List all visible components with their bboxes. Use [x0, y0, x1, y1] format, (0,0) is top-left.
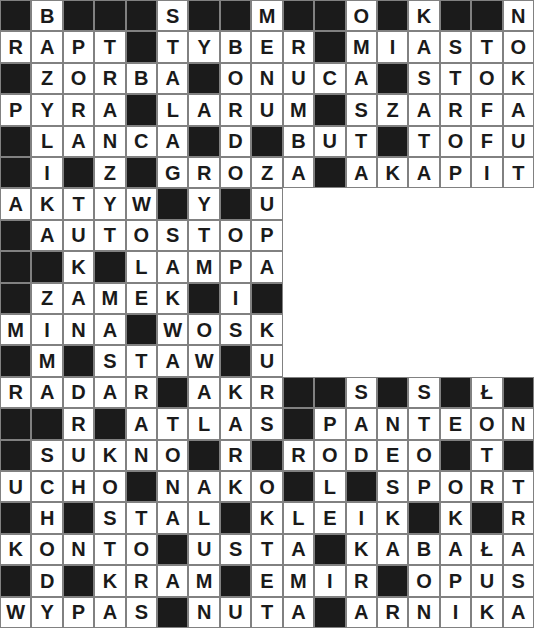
cell-r7c6[interactable]: T [188, 220, 219, 251]
cell-r4c3[interactable]: N [94, 126, 125, 157]
cell-r6c6[interactable]: Y [188, 188, 219, 219]
cell-r16c1[interactable]: H [31, 502, 62, 533]
cell-r8c6[interactable]: M [188, 251, 219, 282]
cell-r11c5[interactable]: A [157, 345, 188, 376]
cell-r8c8[interactable]: A [251, 251, 282, 282]
cell-r15c5[interactable]: N [157, 471, 188, 502]
cell-r14c11[interactable]: D [346, 440, 377, 471]
cell-r16c14[interactable]: K [440, 502, 471, 533]
cell-r2c15[interactable]: O [471, 63, 502, 94]
cell-r2c10[interactable]: C [314, 63, 345, 94]
cell-r10c2[interactable]: N [63, 314, 94, 345]
cell-r10c13 [408, 314, 439, 345]
cell-r3c7[interactable]: R [220, 94, 251, 125]
cell-r14c13[interactable]: O [408, 440, 439, 471]
cell-r3c12[interactable]: Z [377, 94, 408, 125]
cell-r12c15[interactable]: Ł [471, 377, 502, 408]
cell-r3c6[interactable]: A [188, 94, 219, 125]
cell-r14c8 [251, 440, 282, 471]
cell-r4c5[interactable]: A [157, 126, 188, 157]
cell-r3c1[interactable]: Y [31, 94, 62, 125]
cell-r5c13[interactable]: A [408, 157, 439, 188]
cell-r15c14[interactable]: O [440, 471, 471, 502]
cell-r5c9[interactable]: A [283, 157, 314, 188]
cell-r19c7[interactable]: U [220, 597, 251, 628]
cell-r5c7[interactable]: O [220, 157, 251, 188]
cell-r2c11[interactable]: A [346, 63, 377, 94]
cell-r7c13 [408, 220, 439, 251]
cell-r2c5[interactable]: A [157, 63, 188, 94]
cell-r9c1[interactable]: Z [31, 283, 62, 314]
cell-r14c5[interactable]: O [157, 440, 188, 471]
cell-r2c1[interactable]: Z [31, 63, 62, 94]
cell-r9c4[interactable]: E [126, 283, 157, 314]
cell-r19c11[interactable]: A [346, 597, 377, 628]
cell-r19c13[interactable]: N [408, 597, 439, 628]
cell-r13c15[interactable]: O [471, 408, 502, 439]
cell-r18c0 [0, 565, 31, 596]
cell-r8c11 [346, 251, 377, 282]
cell-r4c15[interactable]: F [471, 126, 502, 157]
cell-r3c8[interactable]: U [251, 94, 282, 125]
cell-r15c6[interactable]: A [188, 471, 219, 502]
cell-r9c2[interactable]: A [63, 283, 94, 314]
cell-r3c3[interactable]: A [94, 94, 125, 125]
cell-r19c14[interactable]: I [440, 597, 471, 628]
cell-r19c15[interactable]: K [471, 597, 502, 628]
cell-r18c15[interactable]: U [471, 565, 502, 596]
cell-r4c0 [0, 126, 31, 157]
cell-r19c8[interactable]: T [251, 597, 282, 628]
cell-r0c16[interactable]: N [503, 0, 534, 31]
cell-r1c0[interactable]: R [0, 31, 31, 62]
cell-r4c4[interactable]: C [126, 126, 157, 157]
cell-r12c8[interactable]: R [251, 377, 282, 408]
cell-r17c12[interactable]: A [377, 534, 408, 565]
cell-r10c15 [471, 314, 502, 345]
cell-r6c13 [408, 188, 439, 219]
cell-r6c15 [471, 188, 502, 219]
cell-r9c12 [377, 283, 408, 314]
cell-r11c16 [503, 345, 534, 376]
cell-r18c6[interactable]: M [188, 565, 219, 596]
cell-r19c0[interactable]: W [0, 597, 31, 628]
cell-r13c5[interactable]: T [157, 408, 188, 439]
cell-r5c16[interactable]: T [503, 157, 534, 188]
cell-r4c16[interactable]: U [503, 126, 534, 157]
cell-r14c9[interactable]: R [283, 440, 314, 471]
cell-r3c10 [314, 94, 345, 125]
cell-r1c15[interactable]: T [471, 31, 502, 62]
cell-r19c1[interactable]: Y [31, 597, 62, 628]
cell-r12c11[interactable]: S [346, 377, 377, 408]
cell-r15c13[interactable]: P [408, 471, 439, 502]
cell-r5c5[interactable]: G [157, 157, 188, 188]
cell-r11c2 [63, 345, 94, 376]
cell-r12c0[interactable]: R [0, 377, 31, 408]
cell-r11c11 [346, 345, 377, 376]
cell-r16c13 [408, 502, 439, 533]
cell-r0c12 [377, 0, 408, 31]
cell-r13c0 [0, 408, 31, 439]
cell-r9c5[interactable]: K [157, 283, 188, 314]
cell-r2c16[interactable]: K [503, 63, 534, 94]
cell-r10c3[interactable]: A [94, 314, 125, 345]
crossword-board: BSMOKNRAPTTYBERMIASTOZORBAONUCASTOKPYRAL… [0, 0, 534, 628]
cell-r10c1[interactable]: I [31, 314, 62, 345]
cell-r0c1[interactable]: B [31, 0, 62, 31]
cell-r15c16[interactable]: T [503, 471, 534, 502]
cell-r1c16[interactable]: O [503, 31, 534, 62]
cell-r18c7 [220, 565, 251, 596]
cell-r12c2[interactable]: D [63, 377, 94, 408]
cell-r5c6[interactable]: R [188, 157, 219, 188]
cell-r11c4[interactable]: T [126, 345, 157, 376]
cell-r19c3[interactable]: A [94, 597, 125, 628]
cell-r2c7[interactable]: O [220, 63, 251, 94]
cell-r8c5[interactable]: A [157, 251, 188, 282]
cell-r19c12[interactable]: R [377, 597, 408, 628]
cell-r11c6[interactable]: W [188, 345, 219, 376]
cell-r0c13[interactable]: K [408, 0, 439, 31]
cell-r12c9 [283, 377, 314, 408]
cell-r16c6[interactable]: L [188, 502, 219, 533]
cell-r1c14[interactable]: S [440, 31, 471, 62]
cell-r17c11[interactable]: K [346, 534, 377, 565]
cell-r5c3[interactable]: Z [94, 157, 125, 188]
cell-r5c14[interactable]: P [440, 157, 471, 188]
cell-r8c4[interactable]: L [126, 251, 157, 282]
cell-r11c3[interactable]: S [94, 345, 125, 376]
cell-r11c9 [283, 345, 314, 376]
cell-r8c0 [0, 251, 31, 282]
cell-r0c7 [220, 0, 251, 31]
cell-r18c10[interactable]: I [314, 565, 345, 596]
cell-r3c13[interactable]: A [408, 94, 439, 125]
cell-r5c15[interactable]: I [471, 157, 502, 188]
cell-r16c12[interactable]: K [377, 502, 408, 533]
cell-r16c3[interactable]: S [94, 502, 125, 533]
cell-r6c8[interactable]: U [251, 188, 282, 219]
cell-r8c9 [283, 251, 314, 282]
cell-r10c0[interactable]: M [0, 314, 31, 345]
cell-r0c14 [440, 0, 471, 31]
cell-r13c14[interactable]: E [440, 408, 471, 439]
cell-r19c4[interactable]: S [126, 597, 157, 628]
cell-r2c13[interactable]: S [408, 63, 439, 94]
cell-r13c16[interactable]: N [503, 408, 534, 439]
cell-r12c1[interactable]: A [31, 377, 62, 408]
cell-r3c0[interactable]: P [0, 94, 31, 125]
cell-r18c5[interactable]: A [157, 565, 188, 596]
cell-r6c12 [377, 188, 408, 219]
cell-r1c4 [126, 31, 157, 62]
cell-r9c10 [314, 283, 345, 314]
cell-r8c14 [440, 251, 471, 282]
cell-r10c12 [377, 314, 408, 345]
cell-r1c13[interactable]: A [408, 31, 439, 62]
cell-r16c9[interactable]: L [283, 502, 314, 533]
cell-r11c7 [220, 345, 251, 376]
cell-r17c8[interactable]: T [251, 534, 282, 565]
cell-r12c3[interactable]: A [94, 377, 125, 408]
cell-r12c6[interactable]: A [188, 377, 219, 408]
cell-r1c8[interactable]: E [251, 31, 282, 62]
cell-r9c7[interactable]: I [220, 283, 251, 314]
cell-r14c1[interactable]: S [31, 440, 62, 471]
cell-r15c1[interactable]: C [31, 471, 62, 502]
cell-r1c3[interactable]: T [94, 31, 125, 62]
cell-r3c9[interactable]: M [283, 94, 314, 125]
cell-r7c16 [503, 220, 534, 251]
cell-r16c0 [0, 502, 31, 533]
cell-r13c4[interactable]: A [126, 408, 157, 439]
cell-r18c16[interactable]: S [503, 565, 534, 596]
cell-r7c7[interactable]: O [220, 220, 251, 251]
cell-r16c8[interactable]: K [251, 502, 282, 533]
cell-r13c13[interactable]: T [408, 408, 439, 439]
cell-r11c15 [471, 345, 502, 376]
cell-r6c3[interactable]: Y [94, 188, 125, 219]
cell-r10c6[interactable]: O [188, 314, 219, 345]
cell-r7c3[interactable]: T [94, 220, 125, 251]
cell-r7c1[interactable]: A [31, 220, 62, 251]
cell-r17c5 [157, 534, 188, 565]
cell-r17c0[interactable]: K [0, 534, 31, 565]
cell-r6c4[interactable]: W [126, 188, 157, 219]
cell-r17c10 [314, 534, 345, 565]
cell-r4c1[interactable]: L [31, 126, 62, 157]
cell-r4c11[interactable]: T [346, 126, 377, 157]
cell-r14c10[interactable]: O [314, 440, 345, 471]
cell-r18c11[interactable]: R [346, 565, 377, 596]
cell-r15c2[interactable]: H [63, 471, 94, 502]
cell-r12c7[interactable]: K [220, 377, 251, 408]
cell-r2c8[interactable]: N [251, 63, 282, 94]
cell-r9c6 [188, 283, 219, 314]
cell-r19c5 [157, 597, 188, 628]
cell-r3c14[interactable]: R [440, 94, 471, 125]
cell-r8c7[interactable]: P [220, 251, 251, 282]
cell-r13c7[interactable]: A [220, 408, 251, 439]
cell-r13c12[interactable]: N [377, 408, 408, 439]
cell-r6c2[interactable]: T [63, 188, 94, 219]
cell-r3c11[interactable]: S [346, 94, 377, 125]
cell-r12c12 [377, 377, 408, 408]
cell-r15c4 [126, 471, 157, 502]
cell-r5c8[interactable]: Z [251, 157, 282, 188]
cell-r11c1[interactable]: M [31, 345, 62, 376]
cell-r15c9 [283, 471, 314, 502]
cell-r5c11[interactable]: A [346, 157, 377, 188]
cell-r13c11[interactable]: A [346, 408, 377, 439]
cell-r6c14 [440, 188, 471, 219]
cell-r9c3[interactable]: M [94, 283, 125, 314]
cell-r16c16[interactable]: R [503, 502, 534, 533]
cell-r1c9[interactable]: R [283, 31, 314, 62]
cell-r15c15[interactable]: R [471, 471, 502, 502]
cell-r17c6[interactable]: U [188, 534, 219, 565]
cell-r18c1[interactable]: D [31, 565, 62, 596]
cell-r12c13[interactable]: S [408, 377, 439, 408]
cell-r14c2[interactable]: U [63, 440, 94, 471]
cell-r0c3 [94, 0, 125, 31]
cell-r7c0 [0, 220, 31, 251]
cell-r6c1[interactable]: K [31, 188, 62, 219]
cell-r8c13 [408, 251, 439, 282]
cell-r0c4 [126, 0, 157, 31]
cell-r4c9[interactable]: B [283, 126, 314, 157]
cell-r9c8 [251, 283, 282, 314]
cell-r4c10[interactable]: U [314, 126, 345, 157]
cell-r7c12 [377, 220, 408, 251]
cell-r16c11[interactable]: I [346, 502, 377, 533]
cell-r6c0[interactable]: A [0, 188, 31, 219]
cell-r0c6 [188, 0, 219, 31]
cell-r13c3 [94, 408, 125, 439]
cell-r10c16 [503, 314, 534, 345]
cell-r7c8[interactable]: P [251, 220, 282, 251]
cell-r11c10 [314, 345, 345, 376]
cell-r2c4[interactable]: B [126, 63, 157, 94]
cell-r1c1[interactable]: A [31, 31, 62, 62]
cell-r16c10[interactable]: E [314, 502, 345, 533]
cell-r6c16 [503, 188, 534, 219]
cell-r3c5[interactable]: L [157, 94, 188, 125]
cell-r4c14[interactable]: O [440, 126, 471, 157]
cell-r19c6[interactable]: N [188, 597, 219, 628]
cell-r8c2[interactable]: K [63, 251, 94, 282]
cell-r15c7[interactable]: K [220, 471, 251, 502]
cell-r14c4[interactable]: N [126, 440, 157, 471]
cell-r1c6[interactable]: Y [188, 31, 219, 62]
cell-r18c8[interactable]: E [251, 565, 282, 596]
cell-r19c2[interactable]: P [63, 597, 94, 628]
cell-r14c3[interactable]: K [94, 440, 125, 471]
cell-r15c12[interactable]: S [377, 471, 408, 502]
cell-r17c7[interactable]: S [220, 534, 251, 565]
cell-r0c0 [0, 0, 31, 31]
cell-r19c9[interactable]: A [283, 597, 314, 628]
cell-r5c10 [314, 157, 345, 188]
cell-r18c14[interactable]: P [440, 565, 471, 596]
cell-r4c7[interactable]: D [220, 126, 251, 157]
cell-r13c6[interactable]: L [188, 408, 219, 439]
cell-r0c11[interactable]: O [346, 0, 377, 31]
cell-r1c11[interactable]: M [346, 31, 377, 62]
cell-r14c6 [188, 440, 219, 471]
cell-r1c2[interactable]: P [63, 31, 94, 62]
cell-r8c15 [471, 251, 502, 282]
cell-r10c5[interactable]: W [157, 314, 188, 345]
cell-r1c5[interactable]: T [157, 31, 188, 62]
cell-r7c4[interactable]: O [126, 220, 157, 251]
cell-r9c15 [471, 283, 502, 314]
cell-r18c12 [377, 565, 408, 596]
cell-r17c14[interactable]: A [440, 534, 471, 565]
cell-r3c15[interactable]: F [471, 94, 502, 125]
cell-r5c12[interactable]: K [377, 157, 408, 188]
cell-r17c4[interactable]: O [126, 534, 157, 565]
cell-r8c3 [94, 251, 125, 282]
cell-r3c2[interactable]: R [63, 94, 94, 125]
cell-r0c8[interactable]: M [251, 0, 282, 31]
cell-r2c2[interactable]: O [63, 63, 94, 94]
cell-r2c9[interactable]: U [283, 63, 314, 94]
cell-r0c9 [283, 0, 314, 31]
cell-r7c2[interactable]: U [63, 220, 94, 251]
cell-r8c16 [503, 251, 534, 282]
cell-r1c7[interactable]: B [220, 31, 251, 62]
cell-r2c3[interactable]: R [94, 63, 125, 94]
cell-r7c5[interactable]: S [157, 220, 188, 251]
cell-r17c2[interactable]: N [63, 534, 94, 565]
cell-r17c13[interactable]: B [408, 534, 439, 565]
cell-r0c5[interactable]: S [157, 0, 188, 31]
cell-r2c0 [0, 63, 31, 94]
cell-r14c12[interactable]: E [377, 440, 408, 471]
cell-r13c10[interactable]: P [314, 408, 345, 439]
cell-r19c16[interactable]: A [503, 597, 534, 628]
cell-r5c2 [63, 157, 94, 188]
cell-r15c3[interactable]: O [94, 471, 125, 502]
cell-r15c0[interactable]: U [0, 471, 31, 502]
cell-r17c3[interactable]: T [94, 534, 125, 565]
cell-r11c12 [377, 345, 408, 376]
cell-r18c4[interactable]: R [126, 565, 157, 596]
cell-r12c4[interactable]: R [126, 377, 157, 408]
cell-r10c8[interactable]: K [251, 314, 282, 345]
cell-r9c0 [0, 283, 31, 314]
cell-r11c13 [408, 345, 439, 376]
cell-r7c15 [471, 220, 502, 251]
cell-r14c15[interactable]: T [471, 440, 502, 471]
cell-r12c5 [157, 377, 188, 408]
cell-r16c2 [63, 502, 94, 533]
cell-r16c5[interactable]: A [157, 502, 188, 533]
cell-r12c16 [503, 377, 534, 408]
cell-r16c4[interactable]: T [126, 502, 157, 533]
cell-r4c2[interactable]: A [63, 126, 94, 157]
cell-r17c16[interactable]: A [503, 534, 534, 565]
cell-r10c7[interactable]: S [220, 314, 251, 345]
cell-r2c14[interactable]: T [440, 63, 471, 94]
cell-r9c14 [440, 283, 471, 314]
cell-r14c7[interactable]: R [220, 440, 251, 471]
cell-r13c9 [283, 408, 314, 439]
cell-r18c2 [63, 565, 94, 596]
cell-r18c9[interactable]: M [283, 565, 314, 596]
cell-r4c13[interactable]: T [408, 126, 439, 157]
cell-r18c13[interactable]: O [408, 565, 439, 596]
cell-r1c12[interactable]: I [377, 31, 408, 62]
cell-r11c8[interactable]: U [251, 345, 282, 376]
cell-r7c14 [440, 220, 471, 251]
cell-r18c3[interactable]: K [94, 565, 125, 596]
cell-r17c1[interactable]: O [31, 534, 62, 565]
cell-r10c4 [126, 314, 157, 345]
cell-r5c1[interactable]: I [31, 157, 62, 188]
cell-r3c16[interactable]: A [503, 94, 534, 125]
cell-r15c10[interactable]: L [314, 471, 345, 502]
cell-r17c9[interactable]: A [283, 534, 314, 565]
cell-r0c10 [314, 0, 345, 31]
cell-r17c15[interactable]: Ł [471, 534, 502, 565]
cell-r10c9 [283, 314, 314, 345]
cell-r13c2[interactable]: R [63, 408, 94, 439]
cell-r13c8[interactable]: S [251, 408, 282, 439]
cell-r15c8[interactable]: O [251, 471, 282, 502]
